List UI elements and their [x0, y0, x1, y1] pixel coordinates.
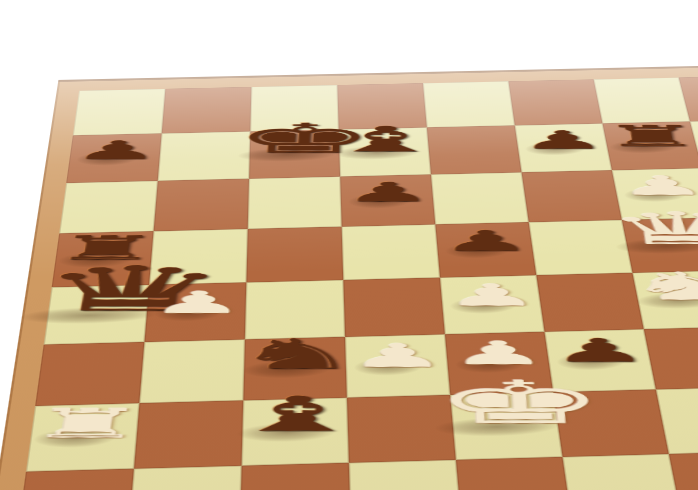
piece-shadow [354, 357, 423, 376]
board-wood-surface: ♟♚♝♟♜♟♟♜♟♛♝♛♟♟♞♞♟♟♟♜♝♚ [0, 64, 698, 490]
piece-shadow [525, 141, 587, 156]
square-b7[interactable] [158, 131, 251, 180]
square-h8[interactable] [679, 76, 698, 122]
piece-shadow [348, 193, 411, 209]
piece-black-pawn-d6[interactable]: ♟ [322, 179, 453, 206]
piece-black-queen-a4[interactable]: ♛ [27, 258, 176, 320]
white-pawn-icon: ♟ [325, 340, 469, 373]
board-grid [16, 76, 698, 490]
piece-shadow [237, 422, 336, 443]
square-g5[interactable] [622, 218, 698, 273]
square-d5[interactable] [342, 224, 440, 280]
black-queen-icon: ♛ [27, 258, 176, 320]
white-pawn-icon: ♟ [423, 280, 562, 310]
piece-white-knight-g4[interactable]: ♞ [614, 267, 698, 306]
piece-shadow [556, 352, 627, 371]
square-a8[interactable] [73, 89, 166, 136]
piece-shadow [623, 187, 688, 202]
square-e5[interactable] [435, 222, 536, 277]
piece-shadow [243, 360, 331, 379]
piece-layer: ♟♚♝♟♜♟♟♜♟♛♝♛♟♟♞♞♟♟♟♜♝♚ [58, 64, 698, 80]
white-queen-icon: ♛ [604, 206, 698, 250]
piece-white-queen-g5[interactable]: ♛ [604, 206, 698, 250]
square-a5[interactable] [52, 231, 154, 287]
white-rook-icon: ♜ [8, 404, 163, 444]
square-g6[interactable] [612, 168, 698, 220]
square-a7[interactable] [66, 133, 161, 183]
square-b4[interactable] [144, 282, 246, 342]
black-pawn-icon: ♟ [527, 335, 672, 367]
piece-black-king-c7[interactable]: ♚ [231, 118, 360, 159]
piece-shadow [455, 355, 525, 374]
square-c6[interactable] [248, 177, 342, 229]
piece-shadow [435, 416, 559, 438]
black-pawn-icon: ♟ [418, 227, 553, 255]
square-d3[interactable] [345, 334, 450, 397]
piece-shadow [19, 306, 158, 326]
piece-shadow [635, 292, 698, 310]
piece-black-rook-g7[interactable]: ♜ [587, 122, 698, 151]
black-rook-icon: ♜ [35, 232, 175, 265]
piece-white-pawn-b4[interactable]: ♟ [126, 287, 268, 318]
white-knight-icon: ♞ [614, 267, 698, 306]
piece-black-bishop-c2[interactable]: ♝ [221, 390, 372, 438]
square-g4[interactable] [632, 270, 698, 329]
white-pawn-icon: ♟ [126, 287, 268, 318]
square-e4[interactable] [440, 275, 545, 334]
square-g8[interactable] [594, 77, 690, 123]
square-c7[interactable] [249, 129, 340, 178]
piece-black-rook-a5[interactable]: ♜ [35, 232, 175, 265]
black-pawn-icon: ♟ [322, 179, 453, 206]
square-f2[interactable] [553, 389, 669, 456]
square-g2[interactable] [656, 387, 698, 454]
square-e7[interactable] [427, 125, 522, 174]
square-d1[interactable] [349, 460, 462, 490]
piece-shadow [335, 145, 419, 160]
square-b5[interactable] [149, 229, 248, 285]
piece-shadow [450, 297, 518, 315]
piece-black-pawn-e5[interactable]: ♟ [418, 227, 553, 255]
square-c5[interactable] [246, 227, 343, 283]
square-f5[interactable] [529, 220, 633, 275]
square-f8[interactable] [508, 79, 602, 125]
white-pawn-icon: ♟ [596, 173, 698, 200]
square-e3[interactable] [445, 332, 553, 395]
piece-black-pawn-f3[interactable]: ♟ [527, 335, 672, 367]
white-king-icon: ♚ [432, 373, 581, 433]
piece-shadow [76, 151, 138, 166]
piece-shadow [615, 237, 698, 254]
piece-white-pawn-e3[interactable]: ♟ [427, 337, 571, 369]
piece-shadow [32, 428, 116, 449]
square-a3[interactable] [35, 342, 144, 406]
piece-shadow [609, 139, 681, 154]
square-f4[interactable] [536, 273, 643, 332]
piece-shadow [154, 304, 221, 322]
square-h7[interactable] [690, 119, 698, 168]
chess-board: ♟♚♝♟♜♟♟♜♟♛♝♛♟♟♞♞♟♟♟♜♝♚ [0, 64, 698, 490]
square-f3[interactable] [544, 329, 655, 392]
square-g3[interactable] [644, 327, 698, 390]
piece-white-pawn-g6[interactable]: ♟ [596, 173, 698, 200]
square-f1[interactable] [563, 454, 683, 490]
piece-black-pawn-a7[interactable]: ♟ [50, 138, 181, 163]
black-pawn-icon: ♟ [50, 138, 181, 163]
square-b2[interactable] [134, 400, 243, 468]
piece-white-rook-a2[interactable]: ♜ [8, 404, 163, 444]
square-a4[interactable] [44, 285, 149, 345]
square-a6[interactable] [59, 181, 158, 234]
piece-black-knight-c3[interactable]: ♞ [223, 333, 368, 375]
square-f7[interactable] [515, 123, 612, 172]
black-pawn-icon: ♟ [499, 128, 627, 153]
black-king-icon: ♚ [231, 118, 360, 159]
piece-white-king-e2[interactable]: ♚ [432, 373, 581, 433]
piece-white-pawn-d3[interactable]: ♟ [325, 340, 469, 373]
square-d2[interactable] [347, 395, 456, 463]
piece-shadow [57, 251, 133, 268]
square-c3[interactable] [243, 337, 347, 401]
white-pawn-icon: ♟ [427, 337, 571, 369]
piece-shadow [445, 242, 510, 259]
square-c4[interactable] [245, 280, 345, 339]
black-bishop-icon: ♝ [221, 390, 372, 438]
square-d4[interactable] [343, 278, 445, 337]
black-rook-icon: ♜ [587, 122, 698, 151]
square-g1[interactable] [669, 451, 698, 490]
piece-shadow [238, 147, 337, 163]
square-a2[interactable] [26, 403, 139, 471]
square-a1[interactable] [16, 469, 134, 490]
square-d6[interactable] [340, 174, 435, 226]
square-b3[interactable] [139, 339, 245, 403]
black-knight-icon: ♞ [223, 333, 368, 375]
square-b1[interactable] [128, 466, 241, 490]
square-b6[interactable] [154, 179, 249, 231]
square-e1[interactable] [456, 457, 573, 490]
square-f6[interactable] [522, 170, 622, 222]
square-g7[interactable] [602, 121, 698, 170]
square-c2[interactable] [242, 398, 349, 466]
piece-black-pawn-f7[interactable]: ♟ [499, 128, 627, 153]
square-e2[interactable] [450, 392, 562, 460]
square-e6[interactable] [431, 172, 529, 224]
square-d7[interactable] [339, 127, 431, 176]
square-c1[interactable] [240, 463, 351, 490]
chess-photo-stage: ♟♚♝♟♜♟♟♜♟♛♝♛♟♟♞♞♟♟♟♜♝♚ [0, 0, 698, 490]
piece-white-pawn-e4[interactable]: ♟ [423, 280, 562, 310]
